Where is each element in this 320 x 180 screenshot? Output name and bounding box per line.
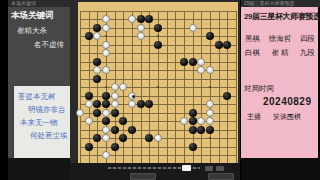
black-stone (189, 143, 197, 151)
host-name: 笑谈围棋 (273, 112, 301, 122)
black-stone (197, 126, 205, 134)
white-stone (128, 92, 136, 100)
white-stone (93, 32, 101, 40)
board-control-bar (70, 163, 240, 180)
keyword-panel: 本场关键词 本场关键词 崔精大杀 名不虚传 菩提本无树 明镜亦非台 本来无一物 … (8, 0, 70, 180)
black-stone (102, 92, 110, 100)
white-stone (137, 24, 145, 32)
white-stone (85, 117, 93, 125)
poem-line-1: 菩提本无树 (18, 92, 56, 102)
white-stone (102, 15, 110, 23)
black-stone (102, 117, 110, 125)
white-stone (119, 83, 127, 91)
white-stone (197, 66, 205, 74)
black-stone (189, 117, 197, 125)
white-stone (102, 126, 110, 134)
white-stone (93, 66, 101, 74)
black-stone (102, 100, 110, 108)
game-date: 20240829 (263, 96, 312, 107)
black-stone (111, 109, 119, 117)
white-stone (206, 117, 214, 125)
step-back-button[interactable] (205, 166, 213, 171)
black-stone (119, 134, 127, 142)
game-time-label: 对局时间 (244, 84, 274, 94)
white-stone (206, 100, 214, 108)
white-stone (102, 66, 110, 74)
white-stone (206, 66, 214, 74)
black-stone (154, 24, 162, 32)
white-stone (111, 92, 119, 100)
white-player-rank: 九段 (300, 48, 315, 58)
white-stone (102, 134, 110, 142)
white-label: 白棋 (245, 48, 260, 58)
white-stone (85, 100, 93, 108)
go-app-window (70, 0, 240, 180)
white-stone (76, 109, 84, 117)
go-board[interactable] (78, 2, 238, 163)
white-stone (102, 109, 110, 117)
black-stone (145, 134, 153, 142)
poem-line-3: 本来无一物 (20, 118, 58, 128)
black-stone (189, 58, 197, 66)
black-stone (128, 126, 136, 134)
white-stone (180, 117, 188, 125)
white-stone (102, 41, 110, 49)
black-stone (223, 92, 231, 100)
black-player-name: 徐海哲 (269, 34, 292, 44)
black-player-rank: 四段 (300, 34, 315, 44)
poem-line-2: 明镜亦非台 (28, 105, 66, 115)
black-stone (111, 143, 119, 151)
white-player-name: 崔 精 (271, 48, 288, 58)
black-stone (111, 126, 119, 134)
info-panel-titlebar: 29届三星杯大师赛预选 (241, 0, 320, 7)
poem-line-4: 何处惹尘埃 (30, 131, 68, 141)
last-move-marker (132, 95, 135, 98)
white-stone (189, 24, 197, 32)
white-stone (111, 100, 119, 108)
black-stone (180, 58, 188, 66)
black-stone (85, 92, 93, 100)
black-stone (215, 41, 223, 49)
keyword-line-1: 崔精大杀 (17, 26, 47, 36)
white-stone (197, 58, 205, 66)
black-stone (93, 24, 101, 32)
white-stone (128, 15, 136, 23)
black-stone (137, 15, 145, 23)
control-button-left[interactable] (130, 173, 156, 180)
white-stone (197, 117, 205, 125)
white-stone (128, 100, 136, 108)
black-label: 黑棋 (245, 34, 260, 44)
black-stone (154, 41, 162, 49)
control-button-right[interactable] (208, 173, 234, 180)
black-stone (119, 117, 127, 125)
black-stone (145, 100, 153, 108)
white-stone (102, 49, 110, 57)
black-stone (189, 126, 197, 134)
right-panel-footer (241, 158, 320, 180)
game-info-panel: 29届三星杯大师赛预选 29届三星杯大师赛预选 黑棋 徐海哲 四段 白棋 崔 精… (241, 0, 318, 180)
black-stone (93, 134, 101, 142)
black-stone (93, 75, 101, 83)
black-stone (93, 100, 101, 108)
white-stone (111, 83, 119, 91)
black-stone (85, 32, 93, 40)
black-stone (85, 143, 93, 151)
host-row: 主播 笑谈围棋 (247, 112, 311, 122)
white-stone (154, 134, 162, 142)
black-stone (137, 100, 145, 108)
poem-card: 菩提本无树 明镜亦非台 本来无一物 何处惹尘埃 (14, 86, 70, 158)
black-stone (206, 126, 214, 134)
white-stone (137, 32, 145, 40)
black-player-row: 黑棋 徐海哲 四段 (245, 34, 315, 44)
white-stone (206, 109, 214, 117)
event-title: 29届三星杯大师赛预选 (244, 11, 320, 22)
black-stone (206, 32, 214, 40)
left-panel-footer (8, 158, 70, 180)
host-label: 主播 (247, 112, 261, 122)
keyword-panel-titlebar: 本场关键词 (8, 0, 73, 7)
black-stone (223, 41, 231, 49)
white-stone (102, 151, 110, 159)
keyword-title: 本场关键词 (11, 10, 54, 22)
white-stone (102, 24, 110, 32)
black-stone (145, 15, 153, 23)
keyword-line-2: 名不虚传 (34, 40, 64, 50)
black-stone (189, 109, 197, 117)
black-stone (93, 109, 101, 117)
black-stone (93, 58, 101, 66)
step-forward-button[interactable] (216, 166, 224, 171)
white-player-row: 白棋 崔 精 九段 (245, 48, 315, 58)
move-slider-thumb[interactable] (182, 165, 191, 171)
